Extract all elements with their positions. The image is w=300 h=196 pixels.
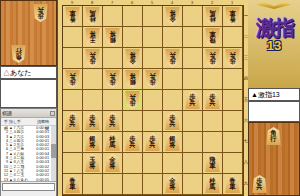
square-5七[interactable]: 歩兵 (143, 132, 163, 153)
piece-kanji: 兵 (37, 7, 43, 14)
piece-kanji: 行 (270, 136, 276, 143)
piece-kanji: 馬 (209, 10, 215, 17)
square-8六[interactable]: 歩兵 (83, 111, 103, 132)
square-4五[interactable] (163, 90, 183, 111)
square-1七[interactable] (223, 132, 243, 153)
piece-kanji: 車 (229, 184, 235, 191)
piece-kanji: 車 (209, 31, 215, 38)
logo-version-number: 13 (267, 38, 281, 53)
sente-piece[interactable]: 玉将 (85, 154, 100, 172)
gote-status-box (0, 79, 57, 108)
gote-piece[interactable]: 歩兵 (205, 49, 220, 67)
square-9七[interactable] (63, 132, 83, 153)
piece-kanji: 車 (69, 10, 75, 17)
square-9一[interactable]: 香車 (63, 6, 83, 27)
piece-kanji: 馬 (209, 184, 215, 191)
board-grid: 香車桂馬金将桂馬香車王将銀将飛車歩兵金将歩兵歩兵歩兵歩兵歩兵銀将歩兵歩兵歩兵歩兵… (62, 5, 244, 196)
kifu-header-no: 手数 (1, 118, 8, 125)
square-4七[interactable]: 銀将 (163, 132, 183, 153)
square-4三[interactable]: 歩兵 (163, 48, 183, 69)
sente-piece[interactable]: 金将 (105, 154, 120, 172)
gote-player-label: △あなた (0, 66, 57, 79)
piece-kanji: 車 (69, 184, 75, 191)
piece-kanji: 兵 (129, 142, 135, 149)
square-5二[interactable] (143, 27, 163, 48)
square-9二[interactable] (63, 27, 83, 48)
square-1一[interactable]: 香車 (223, 6, 243, 27)
piece-kanji: 馬 (109, 142, 115, 149)
sente-piece[interactable]: 飛車 (205, 154, 220, 172)
gote-piece[interactable]: 桂馬 (205, 7, 220, 25)
piece-kanji: 馬 (89, 10, 95, 17)
gekisashi-logo: 激指 13 (248, 0, 300, 88)
sente-piece[interactable]: 歩兵 (205, 91, 220, 109)
piece-kanji: 兵 (149, 73, 155, 80)
gote-piece[interactable]: 歩兵 (105, 70, 120, 88)
gote-piece[interactable]: 金将 (165, 7, 180, 25)
sente-piece[interactable]: 歩兵 (105, 112, 120, 130)
kifu-cell: ▲５八金右 (9, 178, 35, 181)
square-3三[interactable] (183, 48, 203, 69)
square-2五[interactable]: 歩兵 (203, 90, 223, 111)
square-8九[interactable] (83, 174, 103, 195)
kifu-titlebar[interactable]: 棋譜 (1, 109, 56, 118)
sente-piece[interactable]: 歩兵 (125, 133, 140, 151)
square-3一[interactable] (183, 6, 203, 27)
gote-piece[interactable]: 角行 (11, 45, 26, 63)
square-9八[interactable] (63, 153, 83, 174)
square-6八[interactable] (123, 153, 143, 174)
square-5五[interactable] (143, 90, 163, 111)
square-1四[interactable] (223, 69, 243, 90)
square-6六[interactable] (123, 111, 143, 132)
square-9六[interactable]: 歩兵 (63, 111, 83, 132)
piece-kanji: 兵 (109, 73, 115, 80)
square-2六[interactable] (203, 111, 223, 132)
square-9九[interactable]: 香車 (63, 174, 83, 195)
square-4二[interactable] (163, 27, 183, 48)
square-8八[interactable]: 玉将 (83, 153, 103, 174)
square-3七[interactable] (183, 132, 203, 153)
sente-piece[interactable]: 香車 (225, 175, 240, 193)
piece-kanji: 兵 (256, 184, 262, 191)
piece-kanji: 兵 (129, 94, 135, 101)
square-4八[interactable] (163, 153, 183, 174)
gote-piece[interactable]: 銀将 (105, 28, 120, 46)
piece-kanji: 兵 (189, 100, 195, 107)
kifu-footer (1, 181, 56, 196)
square-2三[interactable]: 歩兵 (203, 48, 223, 69)
piece-kanji: 将 (89, 31, 95, 38)
piece-kanji: 将 (89, 163, 95, 170)
gote-piece[interactable]: 王将 (85, 28, 100, 46)
square-1八[interactable] (223, 153, 243, 174)
piece-kanji: 兵 (169, 121, 175, 128)
piece-kanji: 兵 (69, 73, 75, 80)
gote-piece[interactable]: 歩兵 (125, 91, 140, 109)
square-8二[interactable]: 王将 (83, 27, 103, 48)
sente-piece[interactable]: 金将 (165, 175, 180, 193)
square-8七[interactable]: 銀将 (83, 132, 103, 153)
square-3二[interactable] (183, 27, 203, 48)
sente-piece[interactable]: 銀将 (85, 133, 100, 151)
square-2一[interactable]: 桂馬 (203, 6, 223, 27)
gote-piece[interactable]: 香車 (65, 7, 80, 25)
square-3八[interactable] (183, 153, 203, 174)
square-6四[interactable]: 銀将 (123, 69, 143, 90)
square-2九[interactable]: 桂馬 (203, 174, 223, 195)
gote-piece[interactable]: 歩兵 (225, 49, 240, 67)
sente-status-box (248, 101, 300, 122)
piece-kanji: 将 (109, 163, 115, 170)
square-5一[interactable] (143, 6, 163, 27)
piece-kanji: 兵 (229, 52, 235, 59)
square-8五[interactable] (83, 90, 103, 111)
square-7七[interactable]: 桂馬 (103, 132, 123, 153)
square-2四[interactable] (203, 69, 223, 90)
sente-player-label: ▲激指13 (248, 88, 300, 101)
piece-kanji: 将 (129, 52, 135, 59)
square-5四[interactable]: 歩兵 (143, 69, 163, 90)
gote-piece[interactable]: 銀将 (125, 70, 140, 88)
kifu-window-button[interactable] (50, 111, 55, 116)
piece-kanji: 将 (169, 10, 175, 17)
piece-kanji: 兵 (149, 142, 155, 149)
sente-piece[interactable]: 角行 (266, 127, 281, 145)
piece-kanji: 兵 (89, 121, 95, 128)
piece-kanji: 車 (229, 10, 235, 17)
piece-kanji: 将 (169, 142, 175, 149)
square-4四[interactable] (163, 69, 183, 90)
square-7二[interactable]: 銀将 (103, 27, 123, 48)
square-1二[interactable] (223, 27, 243, 48)
gote-piece[interactable]: 桂馬 (85, 7, 100, 25)
kifu-cell: 13 (1, 178, 8, 181)
square-9四[interactable]: 歩兵 (63, 69, 83, 90)
piece-kanji: 行 (15, 48, 21, 55)
kifu-scrollbar-thumb[interactable] (51, 144, 56, 158)
square-7一[interactable] (103, 6, 123, 27)
gote-piece[interactable]: 飛車 (205, 28, 220, 46)
kifu-comment-box[interactable] (2, 183, 55, 191)
square-1三[interactable]: 歩兵 (223, 48, 243, 69)
piece-kanji: 兵 (209, 52, 215, 59)
kifu-window: 棋譜 手数 指し手 消費時間 1▲７六歩0:00:022△３四歩0:00:013… (0, 108, 57, 196)
piece-kanji: 将 (169, 184, 175, 191)
square-6五[interactable]: 歩兵 (123, 90, 143, 111)
square-4九[interactable]: 金将 (163, 174, 183, 195)
square-1六[interactable] (223, 111, 243, 132)
piece-kanji: 兵 (169, 52, 175, 59)
square-6二[interactable] (123, 27, 143, 48)
sente-piece[interactable]: 桂馬 (105, 133, 120, 151)
gote-piece[interactable]: 歩兵 (85, 49, 100, 67)
kifu-scrollbar[interactable] (51, 126, 56, 181)
kifu-move-row[interactable]: 13▲５八金右0:00:05 (1, 178, 56, 181)
sente-piece[interactable]: 歩兵 (85, 112, 100, 130)
square-3五[interactable]: 歩兵 (183, 90, 203, 111)
square-8三[interactable]: 歩兵 (83, 48, 103, 69)
gote-piece[interactable]: 歩兵 (33, 4, 48, 22)
square-7三[interactable] (103, 48, 123, 69)
gote-piece[interactable]: 歩兵 (165, 49, 180, 67)
square-7九[interactable] (103, 174, 123, 195)
shogi-board: 987654321 香車桂馬金将桂馬香車王将銀将飛車歩兵金将歩兵歩兵歩兵歩兵歩兵… (57, 0, 248, 196)
gote-piece[interactable]: 歩兵 (65, 70, 80, 88)
square-7五[interactable] (103, 90, 123, 111)
square-7四[interactable]: 歩兵 (103, 69, 123, 90)
square-6七[interactable]: 歩兵 (123, 132, 143, 153)
kifu-header-row: 手数 指し手 消費時間 (1, 118, 56, 126)
square-8一[interactable]: 桂馬 (83, 6, 103, 27)
square-5三[interactable] (143, 48, 163, 69)
square-1五[interactable] (223, 90, 243, 111)
sente-piece[interactable]: 歩兵 (252, 175, 267, 193)
piece-kanji: 車 (209, 163, 215, 170)
square-4六[interactable]: 歩兵 (163, 111, 183, 132)
piece-kanji: 兵 (209, 100, 215, 107)
square-6一[interactable] (123, 6, 143, 27)
gote-piece[interactable]: 歩兵 (145, 70, 160, 88)
square-5九[interactable] (143, 174, 163, 195)
square-3六[interactable] (183, 111, 203, 132)
square-4一[interactable]: 金将 (163, 6, 183, 27)
square-2七[interactable] (203, 132, 223, 153)
piece-kanji: 将 (109, 31, 115, 38)
gote-piece[interactable]: 香車 (225, 7, 240, 25)
square-3四[interactable] (183, 69, 203, 90)
square-9三[interactable] (63, 48, 83, 69)
square-2二[interactable]: 飛車 (203, 27, 223, 48)
square-3九[interactable] (183, 174, 203, 195)
square-5八[interactable] (143, 153, 163, 174)
sente-piece[interactable]: 銀将 (165, 133, 180, 151)
square-7八[interactable]: 金将 (103, 153, 123, 174)
gote-komadai-tray: 歩兵角行 (0, 0, 57, 66)
piece-kanji: 兵 (69, 121, 75, 128)
sente-piece[interactable]: 歩兵 (65, 112, 80, 130)
piece-kanji: 将 (129, 73, 135, 80)
piece-kanji: 兵 (89, 52, 95, 59)
sente-piece[interactable]: 歩兵 (165, 112, 180, 130)
square-9五[interactable] (63, 90, 83, 111)
logo-crown-icon (257, 2, 291, 9)
sente-piece[interactable]: 香車 (65, 175, 80, 193)
piece-kanji: 将 (89, 142, 95, 149)
square-8四[interactable] (83, 69, 103, 90)
piece-kanji: 兵 (109, 121, 115, 128)
kifu-move-list[interactable]: 1▲７六歩0:00:022△３四歩0:00:013▲２六歩0:00:034△４四… (1, 126, 56, 181)
sente-piece[interactable]: 桂馬 (205, 175, 220, 193)
square-2八[interactable]: 飛車 (203, 153, 223, 174)
kifu-header-move: 指し手 (9, 118, 35, 125)
sente-piece[interactable]: 歩兵 (185, 91, 200, 109)
gekisashi-window: 歩兵角行 △あなた 棋譜 手数 指し手 消費時間 1▲７六歩0:00:022△３… (0, 0, 300, 196)
kifu-header-time: 消費時間 (35, 118, 56, 125)
square-5六[interactable] (143, 111, 163, 132)
square-1九[interactable]: 香車 (223, 174, 243, 195)
square-6九[interactable] (123, 174, 143, 195)
kifu-title-text: 棋譜 (2, 110, 49, 116)
gote-piece[interactable]: 金将 (125, 49, 140, 67)
square-7六[interactable]: 歩兵 (103, 111, 123, 132)
square-6三[interactable]: 金将 (123, 48, 143, 69)
sente-komadai-tray: 角行歩兵 (248, 122, 300, 196)
sente-piece[interactable]: 歩兵 (145, 133, 160, 151)
